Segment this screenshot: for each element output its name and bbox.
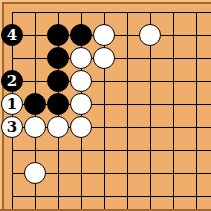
grid-line-horizontal [12,12,211,13]
stone-move-number: 1 [7,97,17,112]
grid-line-horizontal [12,196,211,197]
stone-white[interactable] [24,162,46,184]
stone-white[interactable] [70,70,92,92]
stone-black[interactable]: 2 [1,70,23,92]
stone-white[interactable]: 3 [1,116,23,138]
grid-line-vertical [127,12,128,211]
stone-black[interactable] [70,24,92,46]
stone-white[interactable] [70,47,92,69]
stone-black[interactable]: 4 [1,24,23,46]
grid-line-horizontal [12,150,211,151]
stone-move-number: 2 [7,74,17,89]
stone-black[interactable] [47,24,69,46]
stone-white[interactable] [24,116,46,138]
stone-black[interactable] [24,93,46,115]
stone-black[interactable] [47,47,69,69]
stone-white[interactable] [139,24,161,46]
stone-white[interactable] [93,47,115,69]
stone-white[interactable] [93,24,115,46]
grid-line-horizontal [12,81,211,82]
go-board[interactable]: 4213 [0,0,211,211]
grid-line-vertical [196,12,197,211]
stone-black[interactable] [47,70,69,92]
stone-black[interactable] [47,93,69,115]
stone-white[interactable] [70,93,92,115]
stone-white[interactable] [47,116,69,138]
stone-move-number: 3 [7,120,17,135]
grid-line-vertical [173,12,174,211]
go-diagram: 4213 [0,0,211,211]
stone-move-number: 4 [7,28,17,43]
stone-white[interactable] [70,116,92,138]
stone-white[interactable]: 1 [1,93,23,115]
